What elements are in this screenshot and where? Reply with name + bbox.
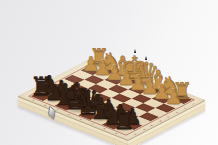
dark-finial-tip <box>134 49 136 53</box>
white-pawn[interactable]: ♟ <box>165 86 183 106</box>
chess-set-photo: hgfedcba 12345678 ♜♞♝♚♛♝♞♜♟♟♟♟♟♟♟♟♟♟♟♟♟♟… <box>0 0 218 145</box>
dark-finial-tip <box>145 56 147 60</box>
black-rook[interactable]: ♜ <box>113 108 136 133</box>
pieces-layer: ♜♞♝♚♛♝♞♜♟♟♟♟♟♟♟♟♟♟♟♟♟♟♟♟♜♞♝♚♛♝♞♜ <box>0 0 218 145</box>
